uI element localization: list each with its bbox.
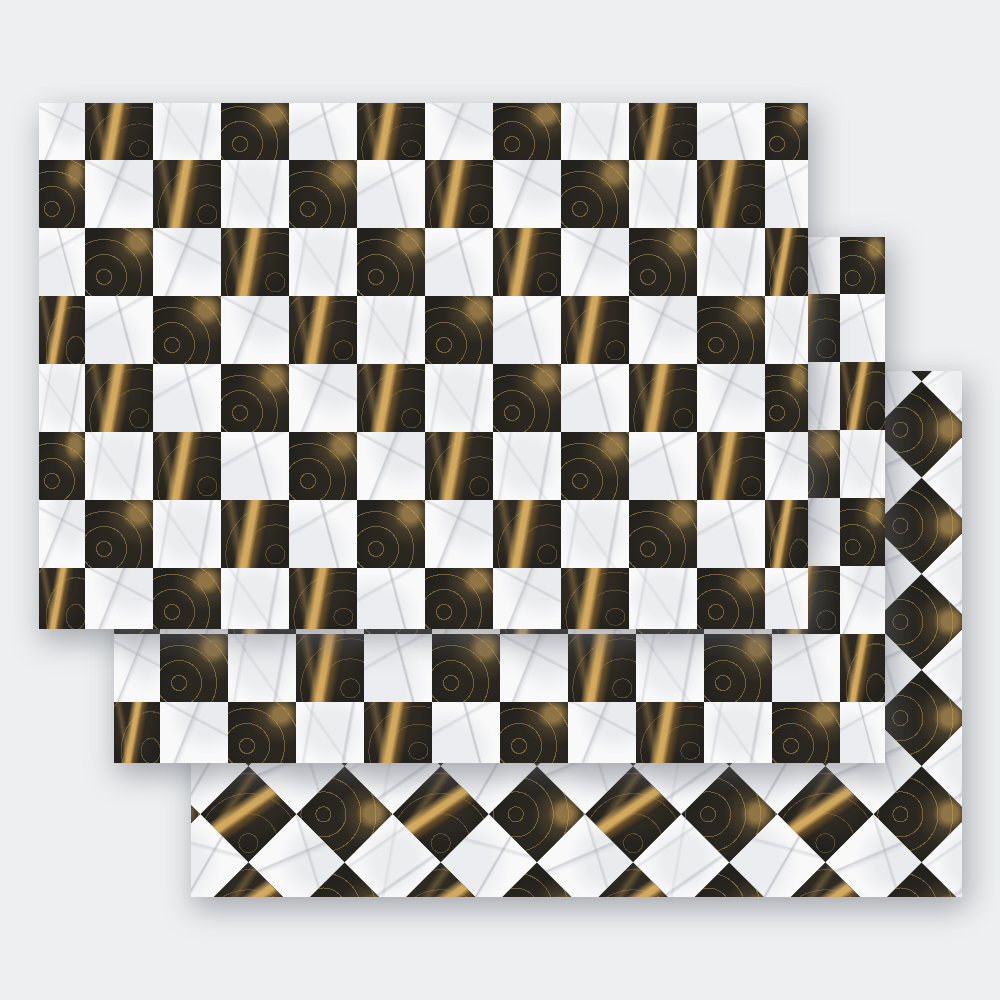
board-cell-black-marble bbox=[568, 634, 636, 702]
board-cell-white-marble bbox=[840, 566, 885, 634]
board-cell-white-marble bbox=[39, 228, 85, 296]
board-cell-white-marble bbox=[840, 294, 885, 362]
board-cell-white-marble bbox=[697, 103, 765, 160]
board-cell-black-marble bbox=[704, 634, 772, 702]
board-cell-black-marble bbox=[114, 702, 160, 763]
board-cell-white-marble bbox=[629, 160, 697, 228]
board-cell-white-marble bbox=[289, 364, 357, 432]
board-cell-white-marble bbox=[425, 364, 493, 432]
board-cell-white-marble bbox=[296, 702, 364, 763]
board-cell-white-marble bbox=[364, 634, 432, 702]
checkerboard-top bbox=[39, 103, 808, 629]
board-cell-white-marble bbox=[153, 103, 221, 160]
board-cell-white-marble bbox=[39, 500, 85, 568]
board-cell-black-marble bbox=[221, 228, 289, 296]
board-cell-black-marble bbox=[697, 160, 765, 228]
board-cell-white-marble bbox=[357, 160, 425, 228]
board-cell-white-marble bbox=[432, 702, 500, 763]
board-cell-white-marble bbox=[772, 634, 840, 702]
board-cell-black-marble bbox=[160, 634, 228, 702]
board-cell-black-marble bbox=[425, 568, 493, 629]
board-cell-black-marble bbox=[85, 500, 153, 568]
board-cell-white-marble bbox=[221, 432, 289, 500]
board-cell-black-marble bbox=[153, 432, 221, 500]
board-cell-black-marble bbox=[357, 364, 425, 432]
board-cell-black-marble bbox=[289, 296, 357, 364]
board-cell-white-marble bbox=[221, 296, 289, 364]
board-cell-white-marble bbox=[425, 103, 493, 160]
board-cell-black-marble bbox=[432, 634, 500, 702]
board-cell-white-marble bbox=[153, 364, 221, 432]
board-cell-black-marble bbox=[289, 568, 357, 629]
board-cell-white-marble bbox=[153, 228, 221, 296]
board-cell-black-marble bbox=[221, 364, 289, 432]
board-cell-white-marble bbox=[357, 296, 425, 364]
board-cell-black-marble bbox=[296, 634, 364, 702]
board-cell-white-marble bbox=[228, 634, 296, 702]
board-cell-black-marble bbox=[765, 364, 808, 432]
board-cell-black-marble bbox=[39, 432, 85, 500]
board-cell-black-marble bbox=[39, 296, 85, 364]
board-cell-white-marble bbox=[561, 500, 629, 568]
board-cell-black-marble bbox=[228, 702, 296, 763]
board-cell-black-marble bbox=[153, 568, 221, 629]
board-cell-black-marble bbox=[425, 432, 493, 500]
board-cell-white-marble bbox=[114, 634, 160, 702]
board-cell-white-marble bbox=[493, 568, 561, 629]
board-cell-white-marble bbox=[425, 500, 493, 568]
board-cell-white-marble bbox=[561, 103, 629, 160]
board-cell-black-marble bbox=[357, 500, 425, 568]
board-cell-white-marble bbox=[153, 500, 221, 568]
board-cell-white-marble bbox=[85, 296, 153, 364]
board-cell-black-marble bbox=[697, 296, 765, 364]
board-cell-white-marble bbox=[765, 568, 808, 629]
board-cell-black-marble bbox=[561, 296, 629, 364]
board-cell-white-marble bbox=[629, 296, 697, 364]
board-cell-black-marble bbox=[697, 568, 765, 629]
board-cell-white-marble bbox=[289, 228, 357, 296]
board-cell-white-marble bbox=[840, 430, 885, 498]
board-cell-white-marble bbox=[493, 160, 561, 228]
board-cell-white-marble bbox=[765, 296, 808, 364]
board-cell-white-marble bbox=[357, 432, 425, 500]
board-cell-white-marble bbox=[425, 228, 493, 296]
board-cell-black-marble bbox=[425, 296, 493, 364]
board-cell-white-marble bbox=[493, 432, 561, 500]
board-cell-black-marble bbox=[85, 103, 153, 160]
board-cell-white-marble bbox=[160, 702, 228, 763]
board-cell-white-marble bbox=[568, 702, 636, 763]
board-cell-black-marble bbox=[39, 568, 85, 629]
board-cell-white-marble bbox=[493, 296, 561, 364]
board-cell-black-marble bbox=[364, 702, 432, 763]
board-cell-white-marble bbox=[697, 500, 765, 568]
board-cell-black-marble bbox=[697, 432, 765, 500]
board-cell-black-marble bbox=[629, 228, 697, 296]
board-cell-black-marble bbox=[561, 160, 629, 228]
board-cell-black-marble bbox=[289, 432, 357, 500]
product-mockup-background bbox=[0, 0, 1000, 1000]
board-cell-black-marble bbox=[289, 160, 357, 228]
board-cell-white-marble bbox=[561, 228, 629, 296]
board-cell-white-marble bbox=[500, 634, 568, 702]
board-cell-white-marble bbox=[85, 432, 153, 500]
board-cell-black-marble bbox=[357, 103, 425, 160]
board-cell-white-marble bbox=[39, 364, 85, 432]
board-cell-black-marble bbox=[85, 228, 153, 296]
board-cell-black-marble bbox=[765, 103, 808, 160]
board-cell-white-marble bbox=[629, 568, 697, 629]
board-cell-white-marble bbox=[561, 364, 629, 432]
board-cell-black-marble bbox=[840, 362, 885, 430]
board-cell-black-marble bbox=[425, 160, 493, 228]
board-cell-white-marble bbox=[221, 160, 289, 228]
board-cell-black-marble bbox=[772, 702, 840, 763]
board-cell-black-marble bbox=[493, 103, 561, 160]
board-cell-white-marble bbox=[85, 568, 153, 629]
board-cell-white-marble bbox=[697, 364, 765, 432]
board-cell-black-marble bbox=[840, 498, 885, 566]
board-cell-black-marble bbox=[221, 103, 289, 160]
board-cell-white-marble bbox=[765, 160, 808, 228]
board-cell-black-marble bbox=[765, 500, 808, 568]
board-cell-white-marble bbox=[289, 103, 357, 160]
board-cell-black-marble bbox=[840, 634, 885, 702]
board-cell-black-marble bbox=[493, 364, 561, 432]
board-cell-white-marble bbox=[221, 568, 289, 629]
board-cell-white-marble bbox=[697, 228, 765, 296]
board-cell-white-marble bbox=[840, 702, 885, 763]
board-cell-black-marble bbox=[765, 228, 808, 296]
board-cell-black-marble bbox=[493, 500, 561, 568]
wrapping-sheet-top bbox=[39, 103, 808, 629]
board-cell-white-marble bbox=[39, 103, 85, 160]
board-cell-white-marble bbox=[704, 702, 772, 763]
board-cell-black-marble bbox=[39, 160, 85, 228]
board-cell-black-marble bbox=[357, 228, 425, 296]
board-cell-black-marble bbox=[561, 432, 629, 500]
board-cell-white-marble bbox=[629, 432, 697, 500]
board-cell-black-marble bbox=[153, 160, 221, 228]
board-cell-black-marble bbox=[85, 364, 153, 432]
board-cell-white-marble bbox=[85, 160, 153, 228]
board-cell-black-marble bbox=[500, 702, 568, 763]
board-cell-black-marble bbox=[629, 364, 697, 432]
board-cell-white-marble bbox=[765, 432, 808, 500]
board-cell-black-marble bbox=[636, 702, 704, 763]
board-cell-black-marble bbox=[629, 103, 697, 160]
board-cell-black-marble bbox=[840, 237, 885, 294]
board-cell-black-marble bbox=[221, 500, 289, 568]
board-cell-black-marble bbox=[629, 500, 697, 568]
board-cell-white-marble bbox=[357, 568, 425, 629]
board-cell-black-marble bbox=[561, 568, 629, 629]
board-cell-white-marble bbox=[636, 634, 704, 702]
board-cell-white-marble bbox=[289, 500, 357, 568]
board-cell-black-marble bbox=[153, 296, 221, 364]
board-cell-black-marble bbox=[493, 228, 561, 296]
